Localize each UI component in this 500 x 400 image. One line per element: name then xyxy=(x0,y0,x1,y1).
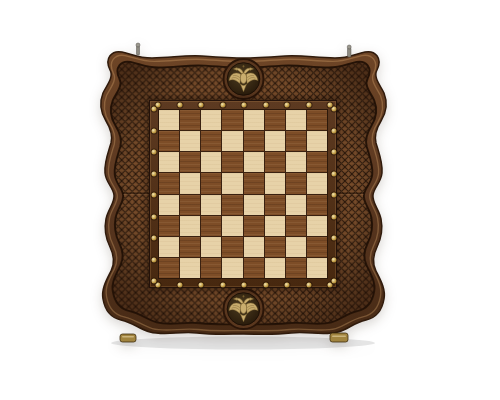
square-f5[interactable] xyxy=(265,173,285,193)
brass-rosette-pin xyxy=(152,171,157,176)
square-g6[interactable] xyxy=(286,152,306,172)
square-a1[interactable] xyxy=(159,258,179,278)
square-h5[interactable] xyxy=(307,173,327,193)
brass-rosette-pin xyxy=(332,214,337,219)
square-b7[interactable] xyxy=(180,131,200,151)
brass-rosette-pin xyxy=(306,103,311,108)
square-f3[interactable] xyxy=(265,216,285,236)
square-h1[interactable] xyxy=(307,258,327,278)
square-f1[interactable] xyxy=(265,258,285,278)
brass-rosette-pin xyxy=(242,103,247,108)
brass-rosette-pin xyxy=(199,283,204,288)
brass-rosette-pin xyxy=(152,193,157,198)
brass-rosette-pin xyxy=(152,107,157,112)
square-b3[interactable] xyxy=(180,216,200,236)
square-h6[interactable] xyxy=(307,152,327,172)
brass-rosette-pin xyxy=(285,103,290,108)
product-photo xyxy=(0,0,500,400)
square-c1[interactable] xyxy=(201,258,221,278)
square-d2[interactable] xyxy=(222,237,242,257)
brass-rosette-pin xyxy=(152,257,157,262)
square-c6[interactable] xyxy=(201,152,221,172)
square-a2[interactable] xyxy=(159,237,179,257)
square-c7[interactable] xyxy=(201,131,221,151)
square-d6[interactable] xyxy=(222,152,242,172)
square-f4[interactable] xyxy=(265,195,285,215)
brass-rosette-pin xyxy=(332,257,337,262)
brass-clasp-bottom-right xyxy=(330,333,348,342)
square-d4[interactable] xyxy=(222,195,242,215)
brass-clasp-bottom-left xyxy=(120,334,136,342)
brass-rosette-pin xyxy=(156,283,161,288)
square-e5[interactable] xyxy=(244,173,264,193)
brass-rosette-pin xyxy=(152,128,157,133)
brass-rosette-pin xyxy=(199,103,204,108)
square-a7[interactable] xyxy=(159,131,179,151)
square-h7[interactable] xyxy=(307,131,327,151)
square-d8[interactable] xyxy=(222,110,242,130)
square-e4[interactable] xyxy=(244,195,264,215)
square-f2[interactable] xyxy=(265,237,285,257)
square-c4[interactable] xyxy=(201,195,221,215)
square-h4[interactable] xyxy=(307,195,327,215)
brass-rosette-pin xyxy=(332,236,337,241)
square-e3[interactable] xyxy=(244,216,264,236)
square-b5[interactable] xyxy=(180,173,200,193)
square-f8[interactable] xyxy=(265,110,285,130)
brass-rosette-pin xyxy=(332,107,337,112)
brass-rosette-pin xyxy=(332,193,337,198)
brass-rosette-pin xyxy=(220,103,225,108)
medallion-top-eagle xyxy=(224,59,264,99)
square-e1[interactable] xyxy=(244,258,264,278)
square-b1[interactable] xyxy=(180,258,200,278)
square-g2[interactable] xyxy=(286,237,306,257)
square-g1[interactable] xyxy=(286,258,306,278)
square-d7[interactable] xyxy=(222,131,242,151)
square-g4[interactable] xyxy=(286,195,306,215)
square-c3[interactable] xyxy=(201,216,221,236)
square-e8[interactable] xyxy=(244,110,264,130)
square-d5[interactable] xyxy=(222,173,242,193)
brass-rosette-pin xyxy=(152,279,157,284)
square-h2[interactable] xyxy=(307,237,327,257)
brass-rosette-pin xyxy=(328,103,333,108)
square-e6[interactable] xyxy=(244,152,264,172)
brass-rosette-pin xyxy=(177,283,182,288)
square-b4[interactable] xyxy=(180,195,200,215)
chess-board xyxy=(149,100,337,288)
hinge-pin-top-right xyxy=(347,45,351,57)
hinge-pin-top-left xyxy=(136,43,140,55)
square-c5[interactable] xyxy=(201,173,221,193)
square-b6[interactable] xyxy=(180,152,200,172)
square-e2[interactable] xyxy=(244,237,264,257)
brass-rosette-pin xyxy=(263,103,268,108)
brass-rosette-pin xyxy=(285,283,290,288)
brass-rosette-pin xyxy=(152,236,157,241)
square-a6[interactable] xyxy=(159,152,179,172)
board-grid xyxy=(158,109,328,279)
brass-rosette-pin xyxy=(332,150,337,155)
brass-rosette-pin xyxy=(328,283,333,288)
brass-rosette-pin xyxy=(306,283,311,288)
brass-rosette-pin xyxy=(177,103,182,108)
square-c2[interactable] xyxy=(201,237,221,257)
medallion-bottom-eagle xyxy=(224,289,264,329)
brass-rosette-pin xyxy=(332,171,337,176)
square-c8[interactable] xyxy=(201,110,221,130)
brass-rosette-pin xyxy=(332,279,337,284)
brass-rosette-pin xyxy=(242,283,247,288)
square-b8[interactable] xyxy=(180,110,200,130)
brass-rosette-pin xyxy=(220,283,225,288)
brass-rosette-pin xyxy=(263,283,268,288)
square-f7[interactable] xyxy=(265,131,285,151)
square-d3[interactable] xyxy=(222,216,242,236)
brass-rosette-pin xyxy=(332,128,337,133)
square-a3[interactable] xyxy=(159,216,179,236)
square-a5[interactable] xyxy=(159,173,179,193)
square-g3[interactable] xyxy=(286,216,306,236)
brass-rosette-pin xyxy=(152,214,157,219)
square-g8[interactable] xyxy=(286,110,306,130)
square-d1[interactable] xyxy=(222,258,242,278)
square-a4[interactable] xyxy=(159,195,179,215)
square-g5[interactable] xyxy=(286,173,306,193)
brass-rosette-pin xyxy=(156,103,161,108)
square-e7[interactable] xyxy=(244,131,264,151)
square-a8[interactable] xyxy=(159,110,179,130)
square-f6[interactable] xyxy=(265,152,285,172)
brass-rosette-pin xyxy=(152,150,157,155)
square-g7[interactable] xyxy=(286,131,306,151)
square-h8[interactable] xyxy=(307,110,327,130)
square-b2[interactable] xyxy=(180,237,200,257)
square-h3[interactable] xyxy=(307,216,327,236)
